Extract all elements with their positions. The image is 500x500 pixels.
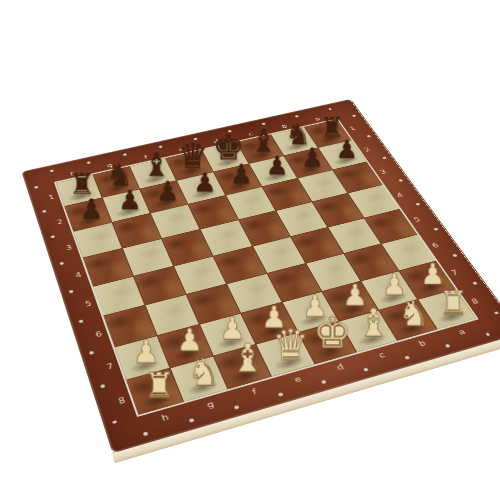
rivet-dot-icon [42,210,46,213]
piece-light-queen: ♛ [272,325,309,365]
rivet-dot-icon [321,380,326,384]
piece-light-king: ♚ [313,312,352,353]
piece-light-rook: ♜ [439,287,468,318]
piece-dark-pawn: ♟ [156,179,179,204]
piece-dark-pawn: ♟ [118,188,142,213]
piece-light-knight: ♞ [187,354,220,389]
rivet-dot-icon [363,368,368,372]
piece-light-bishop: ♝ [357,305,390,341]
rivet-dot-icon [100,384,105,388]
piece-light-pawn: ♟ [132,339,159,368]
rivet-dot-icon [189,418,194,422]
rivet-dot-icon [234,405,239,409]
piece-dark-pawn: ♟ [230,162,253,187]
rivet-dot-icon [416,203,420,206]
chess-set-product-photo: hgfedcba hgfedcba 12345678 12345678 ♜♞♝♛… [0,0,500,500]
rivet-dot-icon [452,254,457,257]
rivet-dot-icon [472,282,477,285]
rivet-dot-icon [352,115,356,117]
rivet-dot-icon [79,320,83,323]
rivet-dot-icon [434,228,439,231]
rivet-dot-icon [278,392,283,396]
rivet-dot-icon [34,186,38,189]
folding-chess-board: hgfedcba hgfedcba 12345678 12345678 ♜♞♝♛… [21,99,500,453]
rivet-dot-icon [59,262,63,265]
rivet-dot-icon [50,169,54,172]
piece-dark-pawn: ♟ [193,171,216,196]
rivet-dot-icon [328,108,332,110]
piece-light-rook: ♜ [143,369,174,402]
rivet-dot-icon [485,332,490,336]
rivet-dot-icon [143,432,148,436]
rivet-dot-icon [69,290,73,293]
rivet-dot-icon [494,311,499,314]
rivet-dot-icon [398,179,402,182]
piece-light-knight: ♞ [398,296,429,329]
piece-light-bishop: ♝ [230,340,264,377]
rivet-dot-icon [382,157,386,160]
piece-dark-pawn: ♟ [79,197,103,223]
rivet-dot-icon [87,161,91,164]
rivet-dot-icon [367,135,371,137]
piece-dark-pawn: ♟ [266,154,289,178]
rivet-dot-icon [50,235,54,238]
rivet-dot-icon [89,351,94,355]
rivet-dot-icon [445,344,450,348]
piece-dark-pawn: ♟ [301,146,324,170]
rivet-dot-icon [405,356,410,360]
rivet-dot-icon [112,420,117,424]
